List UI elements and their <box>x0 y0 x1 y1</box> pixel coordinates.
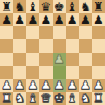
square-f5[interactable] <box>66 39 79 52</box>
square-a5[interactable] <box>0 39 13 52</box>
square-c4[interactable] <box>26 53 39 66</box>
piece-black-pawn[interactable]: ♟ <box>80 14 91 26</box>
piece-white-bishop[interactable]: ♝ <box>27 92 38 104</box>
square-g6[interactable] <box>79 26 92 39</box>
piece-white-pawn[interactable]: ♟ <box>1 79 12 91</box>
square-e2[interactable]: ♟ <box>53 79 66 92</box>
square-e8[interactable]: ♚ <box>53 0 66 13</box>
piece-black-pawn[interactable]: ♟ <box>1 14 12 26</box>
piece-black-pawn[interactable]: ♟ <box>93 14 104 26</box>
piece-black-rook[interactable]: ♜ <box>1 1 12 13</box>
piece-black-bishop[interactable]: ♝ <box>27 1 38 13</box>
square-c2[interactable]: ♟ <box>26 79 39 92</box>
piece-black-king[interactable]: ♚ <box>54 1 65 13</box>
square-g4[interactable] <box>79 53 92 66</box>
piece-white-pawn[interactable]: ♟ <box>93 79 104 91</box>
square-h3[interactable] <box>92 66 105 79</box>
square-g8[interactable]: ♞ <box>79 0 92 13</box>
piece-white-rook[interactable]: ♜ <box>93 92 104 104</box>
piece-white-bishop[interactable]: ♝ <box>67 92 78 104</box>
square-d6[interactable] <box>39 26 52 39</box>
square-d1[interactable]: ♛ <box>39 92 52 105</box>
square-c3[interactable] <box>26 66 39 79</box>
square-c1[interactable]: ♝ <box>26 92 39 105</box>
square-h8[interactable]: ♜ <box>92 0 105 13</box>
piece-black-pawn[interactable]: ♟ <box>27 14 38 26</box>
square-g1[interactable]: ♞ <box>79 92 92 105</box>
square-h4[interactable] <box>92 53 105 66</box>
piece-white-queen[interactable]: ♛ <box>41 92 52 104</box>
piece-white-pawn[interactable]: ♟ <box>80 79 91 91</box>
square-a3[interactable] <box>0 66 13 79</box>
square-c6[interactable] <box>26 26 39 39</box>
square-h6[interactable] <box>92 26 105 39</box>
piece-white-pawn[interactable]: ♟ <box>27 79 38 91</box>
square-g3[interactable] <box>79 66 92 79</box>
piece-white-pawn[interactable]: ♟ <box>67 79 78 91</box>
square-d4[interactable] <box>39 53 52 66</box>
piece-black-pawn[interactable]: ♟ <box>41 14 52 26</box>
piece-black-pawn[interactable]: ♟ <box>14 14 25 26</box>
square-f7[interactable]: ♟ <box>66 13 79 26</box>
square-f1[interactable]: ♝ <box>66 92 79 105</box>
piece-white-pawn[interactable]: ♟ <box>54 79 65 91</box>
square-h1[interactable]: ♜ <box>92 92 105 105</box>
piece-white-pawn[interactable]: ♟ <box>14 79 25 91</box>
square-b8[interactable]: ♞ <box>13 0 26 13</box>
square-e3[interactable] <box>53 66 66 79</box>
square-f2[interactable]: ♟ <box>66 79 79 92</box>
square-a6[interactable] <box>0 26 13 39</box>
square-b7[interactable]: ♟ <box>13 13 26 26</box>
square-h7[interactable]: ♟ <box>92 13 105 26</box>
piece-black-knight[interactable]: ♞ <box>14 1 25 13</box>
square-d2[interactable]: ♟ <box>39 79 52 92</box>
square-h5[interactable] <box>92 39 105 52</box>
square-e1[interactable]: ♚ <box>53 92 66 105</box>
ghost-white-pawn: ♟ <box>54 53 65 65</box>
chess-board[interactable]: ♜♞♝♛♚♝♞♜♟♟♟♟♟♟♟♟♟♟♟♟♟♟♟♟♟♜♞♝♛♚♝♞♜ <box>0 0 105 105</box>
square-f4[interactable] <box>66 53 79 66</box>
square-f3[interactable] <box>66 66 79 79</box>
square-a1[interactable]: ♜ <box>0 92 13 105</box>
square-g5[interactable] <box>79 39 92 52</box>
piece-white-knight[interactable]: ♞ <box>14 92 25 104</box>
square-f8[interactable]: ♝ <box>66 0 79 13</box>
square-a4[interactable] <box>0 53 13 66</box>
square-h2[interactable]: ♟ <box>92 79 105 92</box>
square-d3[interactable] <box>39 66 52 79</box>
square-e4[interactable]: ♟ <box>53 53 66 66</box>
square-a2[interactable]: ♟ <box>0 79 13 92</box>
square-b3[interactable] <box>13 66 26 79</box>
square-e5[interactable] <box>53 39 66 52</box>
square-f6[interactable] <box>66 26 79 39</box>
piece-black-pawn[interactable]: ♟ <box>67 14 78 26</box>
square-c8[interactable]: ♝ <box>26 0 39 13</box>
square-c7[interactable]: ♟ <box>26 13 39 26</box>
piece-white-king[interactable]: ♚ <box>54 92 65 104</box>
square-e6[interactable] <box>53 26 66 39</box>
piece-black-queen[interactable]: ♛ <box>41 1 52 13</box>
piece-white-pawn[interactable]: ♟ <box>41 79 52 91</box>
square-d7[interactable]: ♟ <box>39 13 52 26</box>
square-b4[interactable] <box>13 53 26 66</box>
square-d8[interactable]: ♛ <box>39 0 52 13</box>
square-b5[interactable] <box>13 39 26 52</box>
square-a8[interactable]: ♜ <box>0 0 13 13</box>
piece-black-pawn[interactable]: ♟ <box>54 14 65 26</box>
piece-black-bishop[interactable]: ♝ <box>67 1 78 13</box>
square-d5[interactable] <box>39 39 52 52</box>
square-b6[interactable] <box>13 26 26 39</box>
square-b1[interactable]: ♞ <box>13 92 26 105</box>
piece-white-rook[interactable]: ♜ <box>1 92 12 104</box>
piece-white-knight[interactable]: ♞ <box>80 92 91 104</box>
square-g2[interactable]: ♟ <box>79 79 92 92</box>
piece-black-knight[interactable]: ♞ <box>80 1 91 13</box>
square-c5[interactable] <box>26 39 39 52</box>
piece-black-rook[interactable]: ♜ <box>93 1 104 13</box>
square-b2[interactable]: ♟ <box>13 79 26 92</box>
square-g7[interactable]: ♟ <box>79 13 92 26</box>
square-a7[interactable]: ♟ <box>0 13 13 26</box>
square-e7[interactable]: ♟ <box>53 13 66 26</box>
